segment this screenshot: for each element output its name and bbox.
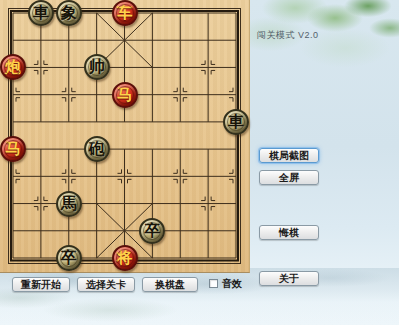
piece-glyph: 車 [228, 114, 244, 130]
about-button[interactable]: 关于 [259, 271, 319, 286]
piece-red-horse[interactable]: 马 [112, 82, 138, 108]
restart-button[interactable]: 重新开始 [12, 277, 70, 292]
sound-checkbox-label: 音效 [222, 277, 242, 291]
piece-glyph: 炮 [5, 59, 21, 75]
xiangqi-app-window: 車象车炮帅马車马砲馬卒卒将 闯关模式 V2.0 棋局截图 全屏 悔棋 关于 重新… [0, 0, 399, 325]
piece-glyph: 帅 [89, 59, 105, 75]
sound-checkbox[interactable] [209, 279, 218, 288]
piece-glyph: 马 [117, 87, 133, 103]
version-label: 闯关模式 V2.0 [257, 29, 319, 42]
board-grid-lines [0, 0, 250, 273]
piece-glyph: 将 [117, 250, 133, 266]
piece-black-elephant[interactable]: 象 [56, 0, 82, 26]
piece-glyph: 象 [61, 5, 77, 21]
piece-glyph: 马 [5, 141, 21, 157]
piece-black-general[interactable]: 帅 [84, 54, 110, 80]
piece-black-chariot[interactable]: 車 [223, 109, 249, 135]
piece-black-chariot[interactable]: 車 [28, 0, 54, 26]
piece-black-soldier[interactable]: 卒 [56, 245, 82, 271]
fullscreen-button[interactable]: 全屏 [259, 170, 319, 185]
piece-glyph: 砲 [89, 141, 105, 157]
piece-red-general[interactable]: 将 [112, 245, 138, 271]
piece-glyph: 馬 [61, 196, 77, 212]
xiangqi-board[interactable]: 車象车炮帅马車马砲馬卒卒将 [0, 0, 250, 273]
piece-red-horse[interactable]: 马 [0, 136, 26, 162]
undo-button[interactable]: 悔棋 [259, 225, 319, 240]
piece-glyph: 卒 [144, 223, 160, 239]
screenshot-button[interactable]: 棋局截图 [259, 148, 319, 163]
piece-black-soldier[interactable]: 卒 [139, 218, 165, 244]
piece-black-cannon[interactable]: 砲 [84, 136, 110, 162]
change-board-button[interactable]: 换棋盘 [142, 277, 198, 292]
piece-black-horse[interactable]: 馬 [56, 191, 82, 217]
select-level-button[interactable]: 选择关卡 [77, 277, 135, 292]
piece-glyph: 卒 [61, 250, 77, 266]
board-wood-panel: 車象车炮帅马車马砲馬卒卒将 [0, 0, 250, 273]
watercolor-leaves-decoration [250, 0, 399, 90]
piece-glyph: 車 [33, 5, 49, 21]
piece-red-chariot[interactable]: 车 [112, 0, 138, 26]
piece-glyph: 车 [117, 5, 133, 21]
